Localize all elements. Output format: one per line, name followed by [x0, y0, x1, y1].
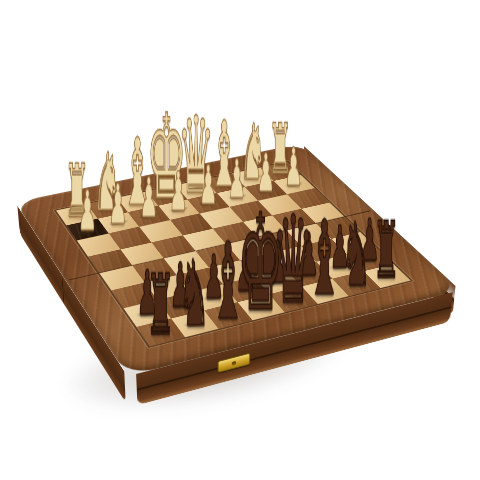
brass-latch-front [217, 353, 250, 373]
chess-set-photo: ♜♞♝♚♛♝♞♜♟♟♟♟♟♟♟♟♟♟♟♟♟♟♟♟♜♞♝♚♛♝♞♜ [0, 0, 480, 480]
